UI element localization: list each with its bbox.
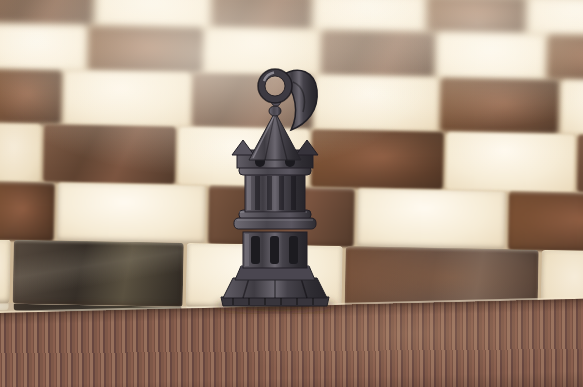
board-square-light — [0, 239, 11, 303]
board-square-light — [178, 127, 309, 187]
board-square-dark — [208, 185, 355, 247]
board-square-dark — [0, 181, 55, 241]
board-square-light — [64, 71, 190, 127]
board-square-light — [0, 24, 86, 71]
board-square-dark — [440, 78, 559, 134]
board-square-dark — [88, 26, 203, 73]
board-square-light — [528, 0, 583, 36]
board-square-dark — [0, 69, 62, 124]
board-square-light — [96, 0, 210, 28]
board-square-dark — [0, 0, 94, 26]
board-square-dark — [321, 31, 435, 78]
chess-board — [0, 0, 583, 314]
board-square-dark — [212, 0, 312, 30]
board-square-light — [205, 28, 319, 75]
board-square-dark — [13, 240, 184, 307]
board-square-light — [561, 80, 583, 136]
board-square-dark — [43, 124, 176, 185]
board-square-light — [446, 132, 575, 192]
board-square-light — [57, 183, 206, 245]
board-square-dark — [427, 0, 526, 34]
board-square-light — [0, 123, 41, 182]
board-square-light — [186, 243, 343, 310]
board-square-light — [314, 0, 425, 33]
board-square-light — [357, 188, 506, 250]
board-square-dark — [547, 35, 583, 82]
chessboard-photo-scene — [0, 0, 583, 387]
board-square-dark — [508, 191, 583, 253]
board-square-light — [315, 75, 438, 131]
board-square-dark — [192, 73, 313, 129]
board-square-dark — [311, 129, 444, 190]
board-wooden-edge — [0, 299, 583, 387]
board-square-dark — [577, 134, 583, 194]
board-square-light — [437, 33, 545, 80]
